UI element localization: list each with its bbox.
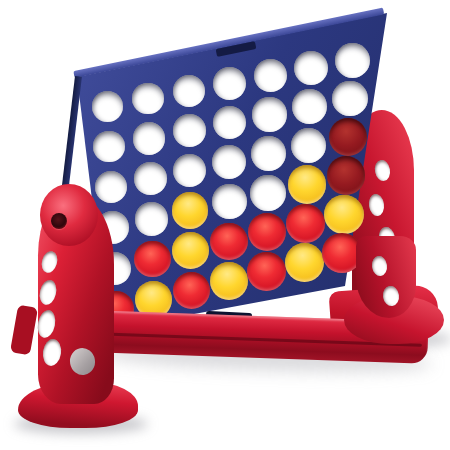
red-disc (286, 204, 325, 243)
empty-cell (135, 202, 168, 235)
yellow-disc (172, 192, 208, 228)
empty-cell (294, 51, 328, 85)
red-disc (247, 252, 286, 291)
yellow-disc (285, 243, 324, 282)
red-disc (173, 272, 210, 309)
red-disc (329, 118, 367, 156)
yellow-disc (324, 195, 363, 234)
empty-cell (335, 43, 370, 78)
red-disc (248, 213, 286, 251)
yellow-disc (210, 262, 248, 300)
empty-cell (292, 89, 327, 124)
left-support-knob (40, 184, 98, 246)
empty-cell (291, 128, 327, 164)
empty-cell (173, 154, 207, 188)
empty-cell (250, 175, 285, 210)
empty-cell (213, 67, 246, 100)
red-disc (327, 156, 366, 195)
empty-cell (332, 81, 368, 117)
empty-cell (213, 106, 247, 140)
red-disc (134, 241, 170, 277)
empty-cell (133, 122, 165, 154)
empty-cell (92, 91, 123, 122)
empty-cell (132, 83, 164, 115)
empty-cell (212, 145, 246, 179)
empty-cell (93, 131, 125, 163)
empty-cell (134, 162, 167, 195)
empty-cell (95, 171, 127, 203)
yellow-disc (172, 232, 209, 269)
empty-cell (173, 114, 206, 147)
empty-cell (252, 97, 286, 131)
red-disc (210, 223, 247, 260)
pivot-hole (51, 213, 67, 229)
empty-cell (251, 136, 286, 171)
empty-cell (212, 184, 247, 219)
right-support-lower (356, 236, 416, 318)
connect-four-set (0, 0, 450, 450)
empty-cell (254, 59, 288, 93)
empty-cell (173, 75, 205, 107)
yellow-disc (288, 165, 326, 203)
